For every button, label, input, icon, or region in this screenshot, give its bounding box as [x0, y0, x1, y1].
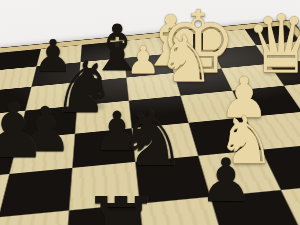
piece-shadow — [135, 154, 178, 165]
piece-shadow — [214, 192, 247, 200]
piece-shadow — [233, 110, 264, 118]
board-square — [69, 162, 140, 211]
piece-shadow — [172, 72, 207, 81]
piece-shadow — [45, 65, 69, 71]
piece-shadow — [263, 61, 300, 72]
board-squares-grid — [0, 25, 300, 225]
chessboard — [0, 20, 300, 225]
chess-photo-stage: ♝♚♝♛♟♟♞♞♟♟♟♟♞♞♟♜ — [0, 0, 300, 225]
piece-shadow — [103, 61, 138, 70]
board-square — [0, 168, 72, 217]
piece-shadow — [0, 146, 38, 157]
piece-shadow — [68, 101, 108, 111]
